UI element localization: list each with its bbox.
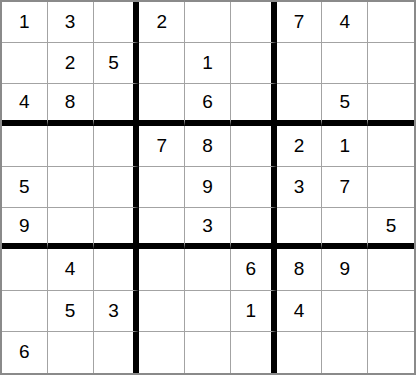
- sudoku-cell-r7c2[interactable]: 4: [48, 249, 94, 290]
- sudoku-cell-r8c8[interactable]: [322, 291, 368, 332]
- sudoku-cell-r1c7[interactable]: 7: [277, 2, 323, 43]
- sudoku-cell-r6c4[interactable]: [139, 208, 185, 249]
- sudoku-cell-r3c3[interactable]: [94, 84, 140, 125]
- sudoku-cell-r3c5[interactable]: 6: [185, 84, 231, 125]
- sudoku-cell-r5c4[interactable]: [139, 167, 185, 208]
- sudoku-cell-r3c4[interactable]: [139, 84, 185, 125]
- sudoku-cell-r4c3[interactable]: [94, 126, 140, 167]
- sudoku-cell-r5c9[interactable]: [368, 167, 414, 208]
- sudoku-cell-r9c1[interactable]: 6: [2, 332, 48, 373]
- sudoku-cell-r2c5[interactable]: 1: [185, 43, 231, 84]
- sudoku-cell-r2c3[interactable]: 5: [94, 43, 140, 84]
- sudoku-cell-r8c7[interactable]: 4: [277, 291, 323, 332]
- sudoku-cell-r1c5[interactable]: [185, 2, 231, 43]
- sudoku-cell-r6c6[interactable]: [231, 208, 277, 249]
- sudoku-cell-r8c9[interactable]: [368, 291, 414, 332]
- sudoku-cell-r7c7[interactable]: 8: [277, 249, 323, 290]
- sudoku-cell-r4c6[interactable]: [231, 126, 277, 167]
- sudoku-cell-r9c6[interactable]: [231, 332, 277, 373]
- sudoku-cell-r1c3[interactable]: [94, 2, 140, 43]
- sudoku-cell-r2c7[interactable]: [277, 43, 323, 84]
- sudoku-cell-r3c9[interactable]: [368, 84, 414, 125]
- sudoku-cell-r4c2[interactable]: [48, 126, 94, 167]
- sudoku-cell-r2c1[interactable]: [2, 43, 48, 84]
- sudoku-cell-r4c7[interactable]: 2: [277, 126, 323, 167]
- sudoku-cell-r1c8[interactable]: 4: [322, 2, 368, 43]
- sudoku-cell-r7c8[interactable]: 9: [322, 249, 368, 290]
- sudoku-cell-r3c6[interactable]: [231, 84, 277, 125]
- sudoku-cell-r5c6[interactable]: [231, 167, 277, 208]
- sudoku-cell-r9c2[interactable]: [48, 332, 94, 373]
- sudoku-cell-r2c4[interactable]: [139, 43, 185, 84]
- sudoku-cell-r3c2[interactable]: 8: [48, 84, 94, 125]
- sudoku-cell-r4c9[interactable]: [368, 126, 414, 167]
- sudoku-cell-r5c2[interactable]: [48, 167, 94, 208]
- sudoku-cell-r7c4[interactable]: [139, 249, 185, 290]
- sudoku-cell-r5c5[interactable]: 9: [185, 167, 231, 208]
- sudoku-cell-r3c7[interactable]: [277, 84, 323, 125]
- sudoku-cell-r9c7[interactable]: [277, 332, 323, 373]
- sudoku-cell-r4c4[interactable]: 7: [139, 126, 185, 167]
- sudoku-cell-r7c9[interactable]: [368, 249, 414, 290]
- sudoku-cell-r9c9[interactable]: [368, 332, 414, 373]
- sudoku-cell-r4c8[interactable]: 1: [322, 126, 368, 167]
- sudoku-cell-r3c8[interactable]: 5: [322, 84, 368, 125]
- sudoku-cell-r1c1[interactable]: 1: [2, 2, 48, 43]
- sudoku-cell-r6c9[interactable]: 5: [368, 208, 414, 249]
- sudoku-cell-r8c5[interactable]: [185, 291, 231, 332]
- sudoku-cell-r1c6[interactable]: [231, 2, 277, 43]
- sudoku-cell-r2c9[interactable]: [368, 43, 414, 84]
- sudoku-cell-r7c6[interactable]: 6: [231, 249, 277, 290]
- sudoku-cell-r9c5[interactable]: [185, 332, 231, 373]
- sudoku-cell-r2c8[interactable]: [322, 43, 368, 84]
- sudoku-cell-r8c3[interactable]: 3: [94, 291, 140, 332]
- sudoku-cell-r5c8[interactable]: 7: [322, 167, 368, 208]
- sudoku-cell-r3c1[interactable]: 4: [2, 84, 48, 125]
- sudoku-cell-r1c2[interactable]: 3: [48, 2, 94, 43]
- sudoku-cell-r4c5[interactable]: 8: [185, 126, 231, 167]
- sudoku-cell-r7c3[interactable]: [94, 249, 140, 290]
- sudoku-cell-r5c3[interactable]: [94, 167, 140, 208]
- sudoku-cell-r7c1[interactable]: [2, 249, 48, 290]
- sudoku-cell-r6c5[interactable]: 3: [185, 208, 231, 249]
- sudoku-cell-r4c1[interactable]: [2, 126, 48, 167]
- sudoku-cell-r6c2[interactable]: [48, 208, 94, 249]
- sudoku-cell-r8c4[interactable]: [139, 291, 185, 332]
- sudoku-cell-r6c3[interactable]: [94, 208, 140, 249]
- sudoku-cell-r6c8[interactable]: [322, 208, 368, 249]
- sudoku-cell-r9c3[interactable]: [94, 332, 140, 373]
- sudoku-cell-r8c6[interactable]: 1: [231, 291, 277, 332]
- sudoku-cell-r2c2[interactable]: 2: [48, 43, 94, 84]
- sudoku-cell-r8c1[interactable]: [2, 291, 48, 332]
- sudoku-cell-r8c2[interactable]: 5: [48, 291, 94, 332]
- sudoku-cell-r1c9[interactable]: [368, 2, 414, 43]
- sudoku-cell-r2c6[interactable]: [231, 43, 277, 84]
- sudoku-cell-r6c1[interactable]: 9: [2, 208, 48, 249]
- sudoku-cell-r6c7[interactable]: [277, 208, 323, 249]
- sudoku-cell-r9c4[interactable]: [139, 332, 185, 373]
- sudoku-cell-r7c5[interactable]: [185, 249, 231, 290]
- sudoku-cell-r5c1[interactable]: 5: [2, 167, 48, 208]
- sudoku-cell-r5c7[interactable]: 3: [277, 167, 323, 208]
- sudoku-board: 13274251486578215937935468953146: [0, 0, 416, 375]
- sudoku-cell-r1c4[interactable]: 2: [139, 2, 185, 43]
- sudoku-cell-r9c8[interactable]: [322, 332, 368, 373]
